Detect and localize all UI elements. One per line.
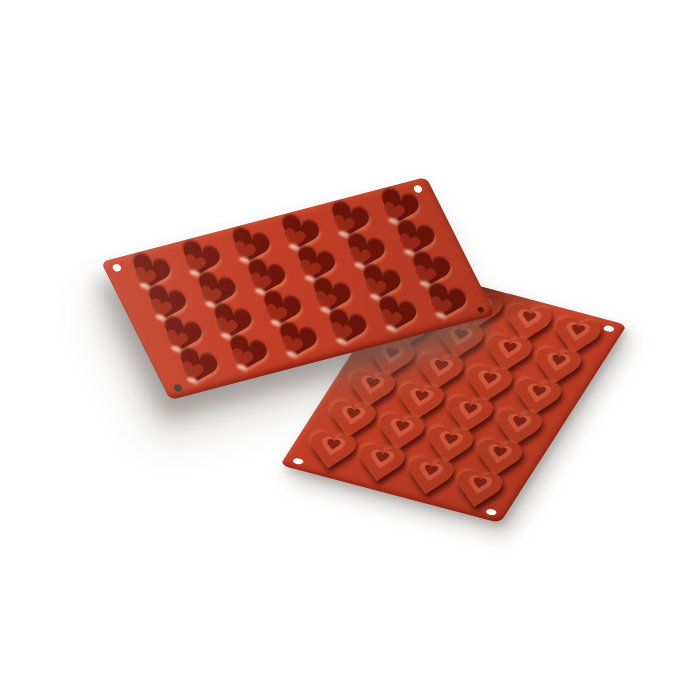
heart-bump-indent: ♥ bbox=[500, 340, 519, 356]
heart-cavity-reflection: ♥ bbox=[424, 292, 456, 324]
heart-cavity: ♥♥ bbox=[417, 279, 475, 328]
heart-bump-indent: ♥ bbox=[372, 449, 391, 465]
heart-cavity-cell: ♥♥ bbox=[413, 281, 478, 325]
heart-bump-indent: ♥ bbox=[549, 353, 568, 369]
heart-bump: ♥♥♥ bbox=[444, 466, 512, 514]
heart-bump-indent: ♥ bbox=[480, 370, 499, 386]
heart-bump-indent: ♥ bbox=[490, 444, 509, 460]
heart-bump-indent: ♥ bbox=[441, 432, 460, 448]
heart-bump-indent: ♥ bbox=[431, 357, 450, 373]
heart-bump-indent: ♥ bbox=[509, 414, 528, 430]
heart-bump-indent: ♥ bbox=[363, 375, 382, 391]
product-photo-stage: ♥♥♥♥♥♥♥♥♥♥♥♥♥♥♥♥♥♥♥♥♥♥♥♥♥♥♥♥♥♥♥♥♥♥♥♥♥♥♥♥… bbox=[0, 0, 700, 700]
heart-bump-indent: ♥ bbox=[519, 309, 538, 325]
heart-bump-indent: ♥ bbox=[392, 419, 411, 435]
heart-cavity-reflection: ♥ bbox=[275, 331, 307, 363]
heart-bump-indent: ♥ bbox=[568, 322, 587, 338]
heart-bump-indent: ♥ bbox=[529, 383, 548, 399]
heart-bump-indent: ♥ bbox=[324, 436, 343, 452]
heart-cavity-reflection: ♥ bbox=[226, 344, 258, 376]
heart-cavity-reflection: ♥ bbox=[176, 357, 208, 389]
heart-cavity: ♥♥ bbox=[218, 331, 276, 380]
heart-bump-indent: ♥ bbox=[343, 406, 362, 422]
heart-bump-indent: ♥ bbox=[470, 475, 489, 491]
heart-bump-indent: ♥ bbox=[461, 401, 480, 417]
heart-cavity: ♥♥ bbox=[268, 318, 326, 367]
heart-bump-cell: ♥♥♥ bbox=[444, 468, 512, 511]
heart-bump-indent: ♥ bbox=[421, 462, 440, 478]
heart-cavity-reflection: ♥ bbox=[375, 305, 407, 337]
heart-cavity: ♥♥ bbox=[318, 305, 376, 354]
heart-bump-indent: ♥ bbox=[412, 388, 431, 404]
heart-bump-indent: ♥ bbox=[382, 345, 401, 361]
heart-cavity: ♥♥ bbox=[367, 292, 425, 341]
heart-cavity-reflection: ♥ bbox=[325, 318, 357, 350]
